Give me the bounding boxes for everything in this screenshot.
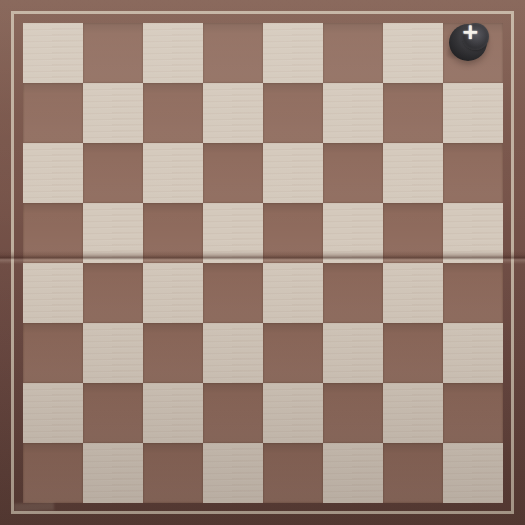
- square-a6[interactable]: [23, 143, 83, 203]
- square-e7[interactable]: [263, 83, 323, 143]
- square-b4[interactable]: [83, 263, 143, 323]
- black-king[interactable]: +: [443, 23, 503, 83]
- square-c8[interactable]: [143, 23, 203, 83]
- king-cross-icon: +: [462, 22, 489, 49]
- square-g8[interactable]: [383, 23, 443, 83]
- maker-stamp: [14, 502, 54, 511]
- square-h8[interactable]: +: [443, 23, 503, 83]
- square-f5[interactable]: [323, 203, 383, 263]
- square-c1[interactable]: [143, 443, 203, 503]
- square-g7[interactable]: [383, 83, 443, 143]
- square-f4[interactable]: [323, 263, 383, 323]
- square-h6[interactable]: [443, 143, 503, 203]
- square-a1[interactable]: [23, 443, 83, 503]
- square-f3[interactable]: [323, 323, 383, 383]
- square-b3[interactable]: [83, 323, 143, 383]
- square-a4[interactable]: [23, 263, 83, 323]
- square-c2[interactable]: [143, 383, 203, 443]
- square-a3[interactable]: [23, 323, 83, 383]
- square-c6[interactable]: [143, 143, 203, 203]
- square-c3[interactable]: [143, 323, 203, 383]
- square-h2[interactable]: [443, 383, 503, 443]
- square-f2[interactable]: [323, 383, 383, 443]
- square-a5[interactable]: [23, 203, 83, 263]
- chessboard-photo: +: [0, 0, 525, 525]
- square-b5[interactable]: [83, 203, 143, 263]
- square-b7[interactable]: [83, 83, 143, 143]
- square-h7[interactable]: [443, 83, 503, 143]
- square-e2[interactable]: [263, 383, 323, 443]
- square-f6[interactable]: [323, 143, 383, 203]
- square-c4[interactable]: [143, 263, 203, 323]
- square-d5[interactable]: [203, 203, 263, 263]
- square-d2[interactable]: [203, 383, 263, 443]
- square-f8[interactable]: [323, 23, 383, 83]
- square-h5[interactable]: [443, 203, 503, 263]
- square-b8[interactable]: [83, 23, 143, 83]
- square-h4[interactable]: [443, 263, 503, 323]
- square-e3[interactable]: [263, 323, 323, 383]
- square-b2[interactable]: [83, 383, 143, 443]
- square-d1[interactable]: [203, 443, 263, 503]
- square-d3[interactable]: [203, 323, 263, 383]
- square-b6[interactable]: [83, 143, 143, 203]
- square-d7[interactable]: [203, 83, 263, 143]
- square-e6[interactable]: [263, 143, 323, 203]
- square-e1[interactable]: [263, 443, 323, 503]
- square-c7[interactable]: [143, 83, 203, 143]
- square-d4[interactable]: [203, 263, 263, 323]
- square-g1[interactable]: [383, 443, 443, 503]
- square-g6[interactable]: [383, 143, 443, 203]
- square-e5[interactable]: [263, 203, 323, 263]
- square-g5[interactable]: [383, 203, 443, 263]
- square-a8[interactable]: [23, 23, 83, 83]
- square-g3[interactable]: [383, 323, 443, 383]
- square-h1[interactable]: [443, 443, 503, 503]
- square-a7[interactable]: [23, 83, 83, 143]
- square-g2[interactable]: [383, 383, 443, 443]
- square-b1[interactable]: [83, 443, 143, 503]
- square-e8[interactable]: [263, 23, 323, 83]
- square-f7[interactable]: [323, 83, 383, 143]
- square-h3[interactable]: [443, 323, 503, 383]
- board-grid: +: [23, 23, 503, 503]
- square-e4[interactable]: [263, 263, 323, 323]
- square-a2[interactable]: [23, 383, 83, 443]
- square-c5[interactable]: [143, 203, 203, 263]
- square-f1[interactable]: [323, 443, 383, 503]
- square-d6[interactable]: [203, 143, 263, 203]
- square-d8[interactable]: [203, 23, 263, 83]
- square-g4[interactable]: [383, 263, 443, 323]
